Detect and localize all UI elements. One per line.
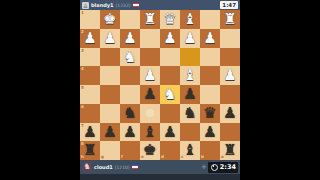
square-f3[interactable]: ♞ bbox=[120, 48, 140, 67]
square-d3[interactable] bbox=[160, 48, 180, 67]
piece-wP-e4[interactable]: ♟ bbox=[140, 66, 160, 85]
rank-label-5: 5 bbox=[81, 86, 84, 90]
piece-wK-g1[interactable]: ♚ bbox=[100, 10, 120, 29]
square-f8[interactable]: f bbox=[120, 141, 140, 160]
piece-wN-f3[interactable]: ♞ bbox=[120, 48, 140, 67]
piece-wN-d5[interactable]: ♞ bbox=[160, 85, 180, 104]
square-b3[interactable] bbox=[200, 48, 220, 67]
rank-label-1: 1 bbox=[81, 11, 84, 15]
square-e4[interactable]: ♟ bbox=[140, 66, 160, 85]
square-e7[interactable]: ♝ bbox=[140, 123, 160, 142]
square-a4[interactable]: ♟ bbox=[220, 66, 240, 85]
file-label-f: f bbox=[121, 155, 123, 159]
file-label-h: h bbox=[81, 155, 84, 159]
chess-board[interactable]: 1♚♜♛♝♜2♟♟♟♟♟♟3♞4♟♝♟5♟♞♟6♞♞♛♟7♟♟♟♝♟♟8h♜gf… bbox=[80, 10, 240, 160]
piece-bP-d7[interactable]: ♟ bbox=[160, 123, 180, 142]
file-label-b: b bbox=[201, 155, 204, 159]
opponent-clock: 1:47 bbox=[220, 1, 238, 9]
file-label-e: e bbox=[141, 155, 144, 159]
square-d2[interactable]: ♟ bbox=[160, 29, 180, 48]
square-h2[interactable]: 2♟ bbox=[80, 29, 100, 48]
square-a6[interactable]: ♟ bbox=[220, 104, 240, 123]
piece-wP-d2[interactable]: ♟ bbox=[160, 29, 180, 48]
stopwatch-icon bbox=[211, 164, 218, 171]
square-d7[interactable]: ♟ bbox=[160, 123, 180, 142]
square-g2[interactable]: ♟ bbox=[100, 29, 120, 48]
square-h1[interactable]: 1 bbox=[80, 10, 100, 29]
square-g3[interactable] bbox=[100, 48, 120, 67]
square-f7[interactable]: ♟ bbox=[120, 123, 140, 142]
piece-wR-e1[interactable]: ♜ bbox=[140, 10, 160, 29]
rank-label-6: 6 bbox=[81, 105, 84, 109]
letterbox-left bbox=[0, 0, 80, 180]
square-f1[interactable] bbox=[120, 10, 140, 29]
square-c8[interactable]: c♝ bbox=[180, 141, 200, 160]
square-e1[interactable]: ♜ bbox=[140, 10, 160, 29]
rank-label-7: 7 bbox=[81, 124, 84, 128]
square-a1[interactable]: ♜ bbox=[220, 10, 240, 29]
square-e3[interactable] bbox=[140, 48, 160, 67]
square-h4[interactable]: 4 bbox=[80, 66, 100, 85]
square-f2[interactable]: ♟ bbox=[120, 29, 140, 48]
square-a3[interactable] bbox=[220, 48, 240, 67]
rank-label-4: 4 bbox=[81, 67, 84, 71]
square-b6[interactable]: ♛ bbox=[200, 104, 220, 123]
add-time-icon[interactable]: + bbox=[201, 164, 207, 171]
square-g6[interactable] bbox=[100, 104, 120, 123]
square-a7[interactable] bbox=[220, 123, 240, 142]
player-clock: + 2:34 bbox=[208, 162, 238, 173]
piece-wB-c4[interactable]: ♝ bbox=[180, 66, 200, 85]
square-h6[interactable]: 6 bbox=[80, 104, 100, 123]
letterbox-right bbox=[240, 0, 320, 180]
square-e6[interactable] bbox=[140, 104, 160, 123]
square-c1[interactable]: ♝ bbox=[180, 10, 200, 29]
file-label-d: d bbox=[161, 155, 164, 159]
piece-bP-e5[interactable]: ♟ bbox=[140, 85, 160, 104]
square-c4[interactable]: ♝ bbox=[180, 66, 200, 85]
piece-wP-c2[interactable]: ♟ bbox=[180, 29, 200, 48]
opponent-username: blandy1 bbox=[91, 2, 114, 8]
player-rating: (1210) bbox=[115, 165, 130, 170]
square-c7[interactable] bbox=[180, 123, 200, 142]
piece-bN-f6[interactable]: ♞ bbox=[120, 104, 140, 123]
opponent-flag-icon bbox=[133, 3, 139, 7]
bottom-background-strip bbox=[80, 174, 240, 180]
square-h5[interactable]: 5 bbox=[80, 85, 100, 104]
chess-app-screen: ♙ blandy1 (1232) 1:47 1♚♜♛♝♜2♟♟♟♟♟♟3♞4♟♝… bbox=[80, 0, 240, 180]
square-h8[interactable]: 8h♜ bbox=[80, 141, 100, 160]
square-e8[interactable]: e♚ bbox=[140, 141, 160, 160]
file-label-c: c bbox=[181, 155, 183, 159]
square-b1[interactable] bbox=[200, 10, 220, 29]
piece-wP-a4[interactable]: ♟ bbox=[220, 66, 240, 85]
player-bar: ♞ cloud1 (1210) + 2:34 bbox=[80, 160, 240, 174]
piece-wQ-d1[interactable]: ♛ bbox=[160, 10, 180, 29]
player-flag-icon bbox=[132, 165, 138, 169]
square-b5[interactable] bbox=[200, 85, 220, 104]
rank-label-3: 3 bbox=[81, 49, 84, 53]
player-username: cloud1 bbox=[94, 164, 113, 170]
player-clock-value: 2:34 bbox=[220, 163, 236, 171]
piece-bQ-b6[interactable]: ♛ bbox=[200, 104, 220, 123]
square-f5[interactable] bbox=[120, 85, 140, 104]
square-b8[interactable]: b bbox=[200, 141, 220, 160]
square-g5[interactable] bbox=[100, 85, 120, 104]
square-h3[interactable]: 3 bbox=[80, 48, 100, 67]
square-f6[interactable]: ♞ bbox=[120, 104, 140, 123]
move-hint-dot bbox=[146, 109, 154, 117]
piece-wB-c1[interactable]: ♝ bbox=[180, 10, 200, 29]
piece-bP-c5[interactable]: ♟ bbox=[180, 85, 200, 104]
square-f4[interactable] bbox=[120, 66, 140, 85]
square-g1[interactable]: ♚ bbox=[100, 10, 120, 29]
square-c5[interactable]: ♟ bbox=[180, 85, 200, 104]
file-label-g: g bbox=[101, 155, 104, 159]
square-d6[interactable] bbox=[160, 104, 180, 123]
piece-bP-g7[interactable]: ♟ bbox=[100, 123, 120, 142]
square-c3[interactable] bbox=[180, 48, 200, 67]
piece-wP-g2[interactable]: ♟ bbox=[100, 29, 120, 48]
piece-bN-c6[interactable]: ♞ bbox=[180, 104, 200, 123]
square-c2[interactable]: ♟ bbox=[180, 29, 200, 48]
piece-bP-f7[interactable]: ♟ bbox=[120, 123, 140, 142]
rank-label-8: 8 bbox=[81, 142, 84, 146]
piece-wP-f2[interactable]: ♟ bbox=[120, 29, 140, 48]
opponent-avatar[interactable]: ♙ bbox=[82, 2, 89, 9]
square-d4[interactable] bbox=[160, 66, 180, 85]
square-a5[interactable] bbox=[220, 85, 240, 104]
square-b2[interactable]: ♟ bbox=[200, 29, 220, 48]
square-a8[interactable]: a♜ bbox=[220, 141, 240, 160]
square-a2[interactable] bbox=[220, 29, 240, 48]
square-g4[interactable] bbox=[100, 66, 120, 85]
square-c6[interactable]: ♞ bbox=[180, 104, 200, 123]
piece-wR-a1[interactable]: ♜ bbox=[220, 10, 240, 29]
player-avatar[interactable]: ♞ bbox=[82, 162, 92, 172]
square-g8[interactable]: g bbox=[100, 141, 120, 160]
piece-bP-a6[interactable]: ♟ bbox=[220, 104, 240, 123]
opponent-rating: (1232) bbox=[116, 3, 131, 8]
piece-wP-b2[interactable]: ♟ bbox=[200, 29, 220, 48]
square-d1[interactable]: ♛ bbox=[160, 10, 180, 29]
opponent-player-bar: ♙ blandy1 (1232) 1:47 bbox=[80, 0, 240, 10]
square-e2[interactable] bbox=[140, 29, 160, 48]
square-e5[interactable]: ♟ bbox=[140, 85, 160, 104]
square-b7[interactable]: ♟ bbox=[200, 123, 220, 142]
square-b4[interactable] bbox=[200, 66, 220, 85]
rank-label-2: 2 bbox=[81, 30, 84, 34]
square-d5[interactable]: ♞ bbox=[160, 85, 180, 104]
square-d8[interactable]: d bbox=[160, 141, 180, 160]
file-label-a: a bbox=[221, 155, 224, 159]
piece-bB-e7[interactable]: ♝ bbox=[140, 123, 160, 142]
square-g7[interactable]: ♟ bbox=[100, 123, 120, 142]
piece-bP-b7[interactable]: ♟ bbox=[200, 123, 220, 142]
square-h7[interactable]: 7♟ bbox=[80, 123, 100, 142]
